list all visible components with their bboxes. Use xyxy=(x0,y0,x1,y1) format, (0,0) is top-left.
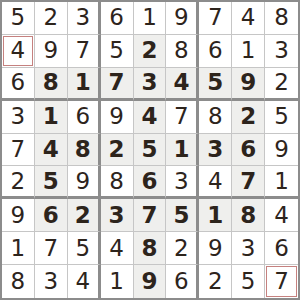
cell-digit: 2 xyxy=(174,237,189,260)
cell-r6c4[interactable]: 8 xyxy=(101,166,134,199)
cell-r4c5[interactable]: 4 xyxy=(134,101,167,134)
cell-digit: 1 xyxy=(75,71,91,94)
cell-r2c1[interactable]: 4 xyxy=(2,35,35,68)
cell-r3c4[interactable]: 7 xyxy=(101,68,134,101)
cell-r4c3[interactable]: 6 xyxy=(68,101,101,134)
cell-digit: 6 xyxy=(141,170,157,193)
cell-digit: 3 xyxy=(44,270,59,293)
cell-r3c5[interactable]: 3 xyxy=(134,68,167,101)
cell-r8c4[interactable]: 4 xyxy=(101,232,134,265)
cell-digit: 7 xyxy=(274,270,289,293)
cell-r7c9[interactable]: 4 xyxy=(265,199,298,232)
cell-digit: 9 xyxy=(174,6,189,29)
cell-digit: 8 xyxy=(43,71,59,94)
cell-r8c8[interactable]: 3 xyxy=(232,232,265,265)
cell-digit: 1 xyxy=(142,6,157,29)
cell-r3c2[interactable]: 8 xyxy=(35,68,68,101)
cell-digit: 7 xyxy=(141,204,157,227)
cell-digit: 4 xyxy=(141,105,157,128)
cell-r2c8[interactable]: 1 xyxy=(232,35,265,68)
cell-digit: 6 xyxy=(75,105,90,128)
cell-digit: 7 xyxy=(11,138,26,161)
cell-digit: 7 xyxy=(174,105,189,128)
cell-digit: 1 xyxy=(173,138,189,161)
cell-digit: 3 xyxy=(141,71,157,94)
cell-digit: 5 xyxy=(75,237,90,260)
cell-digit: 9 xyxy=(44,39,59,62)
cell-digit: 1 xyxy=(109,270,124,293)
cell-digit: 5 xyxy=(141,138,157,161)
cell-r6c9[interactable]: 1 xyxy=(265,166,298,199)
cell-r8c9[interactable]: 6 xyxy=(265,232,298,265)
cell-digit: 2 xyxy=(109,138,125,161)
cell-r1c1[interactable]: 5 xyxy=(2,2,35,35)
cell-r7c7[interactable]: 1 xyxy=(199,199,232,232)
cell-r9c6[interactable]: 6 xyxy=(166,265,199,298)
cell-digit: 4 xyxy=(241,6,256,29)
cell-r5c1[interactable]: 7 xyxy=(2,134,35,167)
cell-digit: 8 xyxy=(11,270,26,293)
cell-r9c2[interactable]: 3 xyxy=(35,265,68,298)
cell-r1c3[interactable]: 3 xyxy=(68,2,101,35)
cell-r4c1[interactable]: 3 xyxy=(2,101,35,134)
cell-r3c1[interactable]: 6 xyxy=(2,68,35,101)
cell-r1c4[interactable]: 6 xyxy=(101,2,134,35)
cell-r1c5[interactable]: 1 xyxy=(134,2,167,35)
cell-digit: 7 xyxy=(240,170,256,193)
cell-r6c5[interactable]: 6 xyxy=(134,166,167,199)
cell-r5c8[interactable]: 6 xyxy=(232,134,265,167)
cell-r8c6[interactable]: 2 xyxy=(166,232,199,265)
cell-r7c3[interactable]: 2 xyxy=(68,199,101,232)
cell-digit: 6 xyxy=(11,71,26,94)
cell-digit: 9 xyxy=(141,270,157,293)
cell-r2c6[interactable]: 8 xyxy=(166,35,199,68)
cell-digit: 5 xyxy=(173,204,189,227)
cell-digit: 3 xyxy=(207,138,223,161)
cell-digit: 4 xyxy=(274,204,289,227)
cell-digit: 4 xyxy=(75,270,90,293)
cell-r5c3[interactable]: 8 xyxy=(68,134,101,167)
sudoku-board: 5236197484975286136817345923169478257482… xyxy=(0,0,300,300)
cell-r4c2[interactable]: 1 xyxy=(35,101,68,134)
cell-r3c7[interactable]: 5 xyxy=(199,68,232,101)
cell-r7c2[interactable]: 6 xyxy=(35,199,68,232)
cell-digit: 4 xyxy=(109,237,124,260)
cell-digit: 3 xyxy=(109,204,125,227)
cell-r7c4[interactable]: 3 xyxy=(101,199,134,232)
cell-digit: 4 xyxy=(208,170,223,193)
cell-digit: 2 xyxy=(208,270,223,293)
cell-digit: 6 xyxy=(174,270,189,293)
cell-r7c6[interactable]: 5 xyxy=(166,199,199,232)
cell-r5c7[interactable]: 3 xyxy=(199,134,232,167)
cell-r2c3[interactable]: 7 xyxy=(68,35,101,68)
cell-digit: 8 xyxy=(240,204,256,227)
cell-r8c3[interactable]: 5 xyxy=(68,232,101,265)
cell-digit: 7 xyxy=(44,237,59,260)
cell-digit: 9 xyxy=(240,71,256,94)
cell-digit: 8 xyxy=(141,237,157,260)
cell-r9c4[interactable]: 1 xyxy=(101,265,134,298)
cell-r1c6[interactable]: 9 xyxy=(166,2,199,35)
cell-r8c1[interactable]: 1 xyxy=(2,232,35,265)
cell-r9c1[interactable]: 8 xyxy=(2,265,35,298)
cell-digit: 8 xyxy=(75,138,91,161)
cell-digit: 6 xyxy=(208,39,223,62)
cell-r3c6[interactable]: 4 xyxy=(166,68,199,101)
cell-r7c5[interactable]: 7 xyxy=(134,199,167,232)
cell-r4c9[interactable]: 5 xyxy=(265,101,298,134)
cell-r4c8[interactable]: 2 xyxy=(232,101,265,134)
cell-digit: 9 xyxy=(11,204,26,227)
cell-r1c7[interactable]: 7 xyxy=(199,2,232,35)
cell-digit: 5 xyxy=(11,6,26,29)
cell-digit: 3 xyxy=(75,6,90,29)
cell-r6c1[interactable]: 2 xyxy=(2,166,35,199)
cell-r7c1[interactable]: 9 xyxy=(2,199,35,232)
cell-digit: 9 xyxy=(75,170,90,193)
cell-digit: 5 xyxy=(274,105,289,128)
cell-r1c2[interactable]: 2 xyxy=(35,2,68,35)
cell-digit: 9 xyxy=(274,138,289,161)
cell-digit: 8 xyxy=(208,105,223,128)
cell-r2c9[interactable]: 3 xyxy=(265,35,298,68)
cell-r9c7[interactable]: 2 xyxy=(199,265,232,298)
cell-digit: 1 xyxy=(274,170,289,193)
cell-r1c9[interactable]: 8 xyxy=(265,2,298,35)
cell-r6c8[interactable]: 7 xyxy=(232,166,265,199)
cell-digit: 5 xyxy=(43,170,59,193)
cell-r3c8[interactable]: 9 xyxy=(232,68,265,101)
cell-digit: 2 xyxy=(141,39,157,62)
cell-digit: 2 xyxy=(11,170,26,193)
cell-r2c5[interactable]: 2 xyxy=(134,35,167,68)
cell-r2c2[interactable]: 9 xyxy=(35,35,68,68)
cell-digit: 1 xyxy=(43,105,59,128)
cell-r1c8[interactable]: 4 xyxy=(232,2,265,35)
cell-digit: 1 xyxy=(241,39,256,62)
cell-digit: 3 xyxy=(241,237,256,260)
cell-digit: 2 xyxy=(75,204,91,227)
cell-digit: 7 xyxy=(208,6,223,29)
cell-r9c5[interactable]: 9 xyxy=(134,265,167,298)
cell-digit: 3 xyxy=(11,105,26,128)
cell-digit: 2 xyxy=(44,6,59,29)
cell-r9c8[interactable]: 5 xyxy=(232,265,265,298)
cell-digit: 9 xyxy=(208,237,223,260)
cell-digit: 6 xyxy=(43,204,59,227)
cell-digit: 1 xyxy=(207,204,223,227)
cell-r2c4[interactable]: 5 xyxy=(101,35,134,68)
cell-r2c7[interactable]: 6 xyxy=(199,35,232,68)
cell-digit: 3 xyxy=(274,39,289,62)
cell-r8c2[interactable]: 7 xyxy=(35,232,68,265)
cell-r5c2[interactable]: 4 xyxy=(35,134,68,167)
cell-digit: 8 xyxy=(274,6,289,29)
cell-r6c6[interactable]: 3 xyxy=(166,166,199,199)
cell-digit: 6 xyxy=(274,237,289,260)
cell-digit: 1 xyxy=(11,237,26,260)
cell-digit: 4 xyxy=(43,138,59,161)
cell-r5c4[interactable]: 2 xyxy=(101,134,134,167)
cell-r5c6[interactable]: 1 xyxy=(166,134,199,167)
cell-digit: 2 xyxy=(240,105,256,128)
cell-digit: 5 xyxy=(109,39,124,62)
cell-r5c9[interactable]: 9 xyxy=(265,134,298,167)
cell-r8c5[interactable]: 8 xyxy=(134,232,167,265)
cell-r6c2[interactable]: 5 xyxy=(35,166,68,199)
cell-r8c7[interactable]: 9 xyxy=(199,232,232,265)
cell-r9c9[interactable]: 7 xyxy=(265,265,298,298)
cell-r3c3[interactable]: 1 xyxy=(68,68,101,101)
cell-digit: 7 xyxy=(75,39,90,62)
cell-digit: 6 xyxy=(240,138,256,161)
cell-digit: 8 xyxy=(109,170,124,193)
cell-digit: 7 xyxy=(109,71,125,94)
cell-digit: 2 xyxy=(274,71,289,94)
cell-digit: 8 xyxy=(174,39,189,62)
cell-r9c3[interactable]: 4 xyxy=(68,265,101,298)
cell-r4c4[interactable]: 9 xyxy=(101,101,134,134)
cell-r4c7[interactable]: 8 xyxy=(199,101,232,134)
cell-r3c9[interactable]: 2 xyxy=(265,68,298,101)
cell-digit: 9 xyxy=(109,105,124,128)
cell-digit: 6 xyxy=(109,6,124,29)
cell-digit: 5 xyxy=(241,270,256,293)
cell-r6c3[interactable]: 9 xyxy=(68,166,101,199)
cell-digit: 5 xyxy=(207,71,223,94)
cell-digit: 4 xyxy=(173,71,189,94)
cell-r6c7[interactable]: 4 xyxy=(199,166,232,199)
cell-r4c6[interactable]: 7 xyxy=(166,101,199,134)
cell-r5c5[interactable]: 5 xyxy=(134,134,167,167)
cell-digit: 4 xyxy=(11,39,26,62)
cell-digit: 3 xyxy=(174,170,189,193)
cell-r7c8[interactable]: 8 xyxy=(232,199,265,232)
